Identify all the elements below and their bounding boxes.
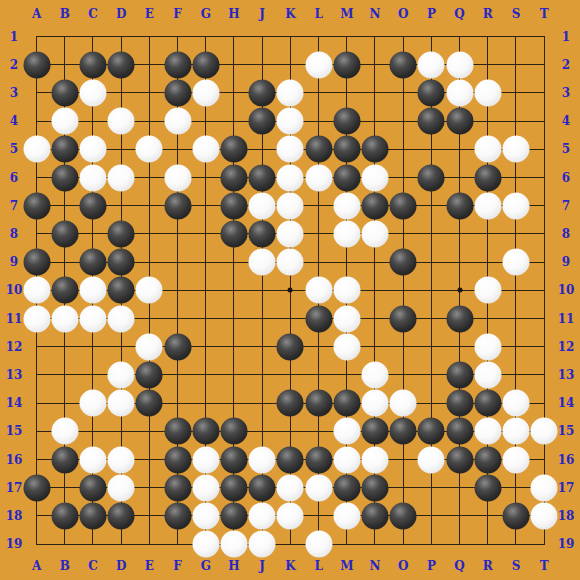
white-stone xyxy=(305,51,332,78)
white-stone xyxy=(51,305,78,332)
col-label-bottom: E xyxy=(145,559,154,573)
white-stone xyxy=(333,277,360,304)
white-stone xyxy=(136,136,163,163)
col-label-top: L xyxy=(314,7,322,21)
black-stone xyxy=(221,221,248,248)
row-label-left: 5 xyxy=(10,142,18,156)
white-stone xyxy=(333,221,360,248)
black-stone xyxy=(362,192,389,219)
black-stone xyxy=(418,418,445,445)
white-stone xyxy=(362,221,389,248)
white-stone xyxy=(192,446,219,473)
white-stone xyxy=(277,221,304,248)
col-label-bottom: R xyxy=(483,559,493,573)
col-label-top: F xyxy=(173,7,182,21)
black-stone xyxy=(221,418,248,445)
col-label-top: H xyxy=(228,7,239,21)
col-label-top: G xyxy=(201,7,211,21)
row-label-right: 13 xyxy=(558,368,575,382)
col-label-bottom: D xyxy=(116,559,126,573)
row-label-left: 8 xyxy=(10,227,18,241)
black-stone xyxy=(221,503,248,530)
black-stone xyxy=(249,108,276,135)
white-stone xyxy=(51,108,78,135)
col-label-bottom: M xyxy=(340,559,353,573)
black-stone xyxy=(80,249,107,276)
black-stone xyxy=(164,503,191,530)
black-stone xyxy=(221,474,248,501)
col-label-bottom: G xyxy=(201,559,211,573)
black-stone xyxy=(333,51,360,78)
white-stone xyxy=(503,418,530,445)
row-label-right: 8 xyxy=(562,227,570,241)
col-label-top: D xyxy=(116,7,126,21)
row-label-left: 16 xyxy=(6,453,23,467)
row-label-right: 7 xyxy=(562,199,570,213)
white-stone xyxy=(221,531,248,558)
white-stone xyxy=(108,164,135,191)
black-stone xyxy=(51,164,78,191)
white-stone xyxy=(108,362,135,389)
col-label-bottom: O xyxy=(398,559,408,573)
white-stone xyxy=(503,249,530,276)
col-label-bottom: H xyxy=(228,559,239,573)
white-stone xyxy=(531,418,558,445)
white-stone xyxy=(503,136,530,163)
white-stone xyxy=(80,136,107,163)
white-stone xyxy=(474,418,501,445)
col-label-top: T xyxy=(540,7,549,21)
col-label-top: K xyxy=(285,7,295,21)
black-stone xyxy=(192,51,219,78)
black-stone xyxy=(136,390,163,417)
white-stone xyxy=(80,277,107,304)
white-stone xyxy=(474,192,501,219)
black-stone xyxy=(333,390,360,417)
black-stone xyxy=(136,362,163,389)
white-stone xyxy=(333,333,360,360)
black-stone xyxy=(390,249,417,276)
row-label-left: 12 xyxy=(6,340,23,354)
black-stone xyxy=(51,221,78,248)
col-label-top: E xyxy=(145,7,154,21)
black-stone xyxy=(108,277,135,304)
black-stone xyxy=(192,418,219,445)
row-label-right: 12 xyxy=(558,340,575,354)
black-stone xyxy=(108,51,135,78)
row-label-right: 17 xyxy=(558,481,575,495)
col-label-bottom: K xyxy=(285,559,295,573)
col-label-bottom: B xyxy=(60,559,70,573)
col-label-bottom: P xyxy=(427,559,436,573)
white-stone xyxy=(108,446,135,473)
row-label-left: 1 xyxy=(10,30,18,44)
white-stone xyxy=(305,474,332,501)
black-stone xyxy=(362,474,389,501)
row-label-right: 16 xyxy=(558,453,575,467)
black-stone xyxy=(305,390,332,417)
col-label-bottom: J xyxy=(259,559,265,573)
col-label-bottom: L xyxy=(314,559,322,573)
white-stone xyxy=(474,80,501,107)
white-stone xyxy=(249,503,276,530)
white-stone xyxy=(108,474,135,501)
black-stone xyxy=(164,192,191,219)
black-stone xyxy=(164,80,191,107)
white-stone xyxy=(418,446,445,473)
black-stone xyxy=(390,51,417,78)
black-stone xyxy=(51,80,78,107)
black-stone xyxy=(164,51,191,78)
black-stone xyxy=(51,136,78,163)
col-label-bottom: S xyxy=(512,559,521,573)
white-stone xyxy=(390,390,417,417)
col-label-bottom: Q xyxy=(454,559,464,573)
black-stone xyxy=(333,108,360,135)
white-stone xyxy=(362,164,389,191)
black-stone xyxy=(221,446,248,473)
row-label-right: 6 xyxy=(562,171,570,185)
white-stone xyxy=(333,503,360,530)
white-stone xyxy=(80,80,107,107)
black-stone xyxy=(474,164,501,191)
black-stone xyxy=(446,390,473,417)
black-stone xyxy=(503,503,530,530)
white-stone xyxy=(277,474,304,501)
white-stone xyxy=(333,305,360,332)
row-label-left: 6 xyxy=(10,171,18,185)
black-stone xyxy=(390,503,417,530)
white-stone xyxy=(80,305,107,332)
white-stone xyxy=(80,164,107,191)
row-label-left: 7 xyxy=(10,199,18,213)
col-label-top: B xyxy=(60,7,70,21)
col-label-top: C xyxy=(88,7,98,21)
black-stone xyxy=(277,333,304,360)
row-label-left: 14 xyxy=(6,396,23,410)
white-stone xyxy=(362,390,389,417)
white-stone xyxy=(277,503,304,530)
black-stone xyxy=(390,418,417,445)
row-label-left: 13 xyxy=(6,368,23,382)
white-stone xyxy=(277,249,304,276)
white-stone xyxy=(277,136,304,163)
black-stone xyxy=(446,305,473,332)
black-stone xyxy=(333,136,360,163)
black-stone xyxy=(51,503,78,530)
black-stone xyxy=(474,474,501,501)
col-label-top: S xyxy=(512,7,521,21)
white-stone xyxy=(333,192,360,219)
black-stone xyxy=(277,446,304,473)
white-stone xyxy=(192,531,219,558)
white-stone xyxy=(23,305,50,332)
white-stone xyxy=(333,446,360,473)
white-stone xyxy=(23,277,50,304)
row-label-right: 3 xyxy=(562,86,570,100)
white-stone xyxy=(108,108,135,135)
white-stone xyxy=(164,108,191,135)
white-stone xyxy=(249,249,276,276)
white-stone xyxy=(277,192,304,219)
white-stone xyxy=(446,80,473,107)
white-stone xyxy=(305,531,332,558)
white-stone xyxy=(277,108,304,135)
black-stone xyxy=(418,164,445,191)
row-label-right: 4 xyxy=(562,114,570,128)
white-stone xyxy=(446,51,473,78)
row-label-left: 19 xyxy=(6,537,23,551)
black-stone xyxy=(164,333,191,360)
black-stone xyxy=(249,474,276,501)
white-stone xyxy=(503,390,530,417)
col-label-top: O xyxy=(398,7,408,21)
black-stone xyxy=(333,164,360,191)
row-label-right: 9 xyxy=(562,255,570,269)
row-label-left: 2 xyxy=(10,58,18,72)
star-point xyxy=(288,288,293,293)
col-label-bottom: A xyxy=(32,559,41,573)
black-stone xyxy=(80,474,107,501)
col-label-top: R xyxy=(483,7,493,21)
black-stone xyxy=(474,446,501,473)
row-label-right: 5 xyxy=(562,142,570,156)
white-stone xyxy=(192,136,219,163)
row-label-right: 15 xyxy=(558,424,575,438)
black-stone xyxy=(249,221,276,248)
black-stone xyxy=(390,305,417,332)
white-stone xyxy=(362,362,389,389)
black-stone xyxy=(23,474,50,501)
col-label-bottom: C xyxy=(88,559,98,573)
black-stone xyxy=(164,474,191,501)
col-label-bottom: N xyxy=(370,559,381,573)
black-stone xyxy=(23,249,50,276)
row-label-left: 11 xyxy=(6,312,23,326)
row-label-left: 17 xyxy=(6,481,23,495)
white-stone xyxy=(192,474,219,501)
row-label-right: 18 xyxy=(558,509,575,523)
black-stone xyxy=(249,164,276,191)
row-label-right: 19 xyxy=(558,537,575,551)
white-stone xyxy=(249,192,276,219)
row-label-right: 10 xyxy=(558,283,575,297)
black-stone xyxy=(333,474,360,501)
white-stone xyxy=(474,277,501,304)
black-stone xyxy=(80,192,107,219)
black-stone xyxy=(446,446,473,473)
black-stone xyxy=(23,51,50,78)
black-stone xyxy=(362,503,389,530)
row-label-right: 11 xyxy=(558,312,575,326)
col-label-top: Q xyxy=(454,7,464,21)
white-stone xyxy=(277,80,304,107)
black-stone xyxy=(108,503,135,530)
black-stone xyxy=(108,221,135,248)
black-stone xyxy=(221,136,248,163)
white-stone xyxy=(474,136,501,163)
white-stone xyxy=(503,446,530,473)
black-stone xyxy=(277,390,304,417)
black-stone xyxy=(446,362,473,389)
row-label-left: 10 xyxy=(6,283,23,297)
row-label-left: 18 xyxy=(6,509,23,523)
col-label-bottom: T xyxy=(540,559,549,573)
black-stone xyxy=(446,418,473,445)
star-point xyxy=(457,288,462,293)
black-stone xyxy=(390,192,417,219)
col-label-bottom: F xyxy=(173,559,182,573)
row-label-left: 15 xyxy=(6,424,23,438)
black-stone xyxy=(305,305,332,332)
white-stone xyxy=(531,474,558,501)
white-stone xyxy=(333,418,360,445)
black-stone xyxy=(305,446,332,473)
black-stone xyxy=(108,249,135,276)
black-stone xyxy=(249,80,276,107)
white-stone xyxy=(80,390,107,417)
black-stone xyxy=(80,503,107,530)
row-label-left: 4 xyxy=(10,114,18,128)
white-stone xyxy=(80,446,107,473)
black-stone xyxy=(164,418,191,445)
white-stone xyxy=(474,362,501,389)
go-board[interactable]: AABBCCDDEEFFGGHHJJKKLLMMNNOOPPQQRRSSTT11… xyxy=(0,0,580,580)
white-stone xyxy=(249,446,276,473)
white-stone xyxy=(108,390,135,417)
white-stone xyxy=(192,503,219,530)
white-stone xyxy=(305,277,332,304)
row-label-right: 2 xyxy=(562,58,570,72)
col-label-top: A xyxy=(32,7,41,21)
black-stone xyxy=(418,108,445,135)
white-stone xyxy=(531,503,558,530)
black-stone xyxy=(446,192,473,219)
black-stone xyxy=(362,136,389,163)
white-stone xyxy=(249,531,276,558)
black-stone xyxy=(221,192,248,219)
col-label-top: N xyxy=(370,7,381,21)
col-label-top: P xyxy=(427,7,436,21)
white-stone xyxy=(108,305,135,332)
black-stone xyxy=(221,164,248,191)
white-stone xyxy=(164,164,191,191)
row-label-left: 3 xyxy=(10,86,18,100)
row-label-left: 9 xyxy=(10,255,18,269)
white-stone xyxy=(136,333,163,360)
white-stone xyxy=(305,164,332,191)
black-stone xyxy=(305,136,332,163)
black-stone xyxy=(51,277,78,304)
black-stone xyxy=(164,446,191,473)
black-stone xyxy=(51,446,78,473)
black-stone xyxy=(474,390,501,417)
black-stone xyxy=(362,418,389,445)
white-stone xyxy=(136,277,163,304)
row-label-right: 1 xyxy=(562,30,570,44)
row-label-right: 14 xyxy=(558,396,575,410)
white-stone xyxy=(474,333,501,360)
col-label-top: J xyxy=(259,7,265,21)
white-stone xyxy=(277,164,304,191)
black-stone xyxy=(80,51,107,78)
white-stone xyxy=(503,192,530,219)
white-stone xyxy=(418,51,445,78)
white-stone xyxy=(23,136,50,163)
black-stone xyxy=(418,80,445,107)
black-stone xyxy=(446,108,473,135)
col-label-top: M xyxy=(340,7,353,21)
black-stone xyxy=(23,192,50,219)
white-stone xyxy=(362,446,389,473)
white-stone xyxy=(51,418,78,445)
white-stone xyxy=(192,80,219,107)
